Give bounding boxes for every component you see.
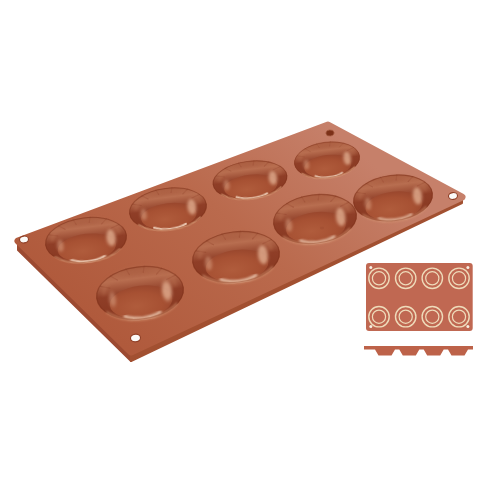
diagram-side-profile <box>364 346 473 356</box>
corner-hole-left <box>19 236 29 244</box>
diagram-mold-body <box>366 263 473 331</box>
product-photo: Terracotta silicone baking mould with 8 … <box>0 0 480 480</box>
mold-surface-mark <box>320 227 324 229</box>
product-image: Terracotta silicone baking mould with 8 … <box>0 0 480 480</box>
diagram-corner-hole <box>466 266 469 269</box>
corner-hole-right <box>448 192 458 200</box>
diagram-corner-hole <box>466 325 469 328</box>
diagram-top-view <box>366 263 473 331</box>
diagram-corner-hole <box>369 266 372 269</box>
diagram-corner-hole <box>369 325 372 328</box>
diagram-side-view <box>364 346 473 356</box>
corner-hole-top <box>326 130 335 137</box>
